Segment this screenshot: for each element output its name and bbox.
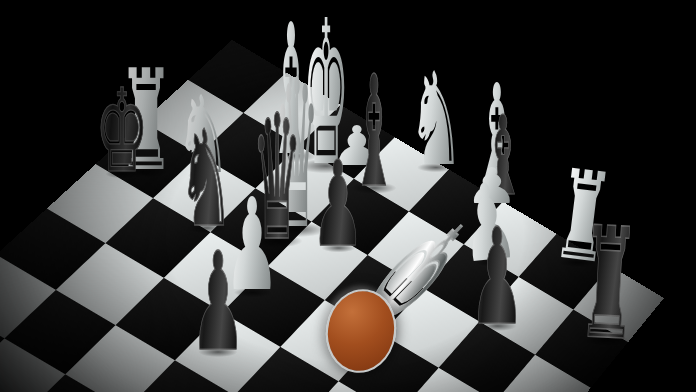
black-king: ♚ bbox=[95, 74, 149, 189]
black-pawn: ♟ bbox=[190, 235, 246, 371]
black-pawn: ♟ bbox=[311, 146, 365, 264]
black-rook: ♜ bbox=[576, 207, 641, 363]
chess-scene: ♚♜♞♝♚♛♛♟♝♞♝♝♟♞♟♟♟♟♟♜♜♚ bbox=[0, 0, 696, 392]
